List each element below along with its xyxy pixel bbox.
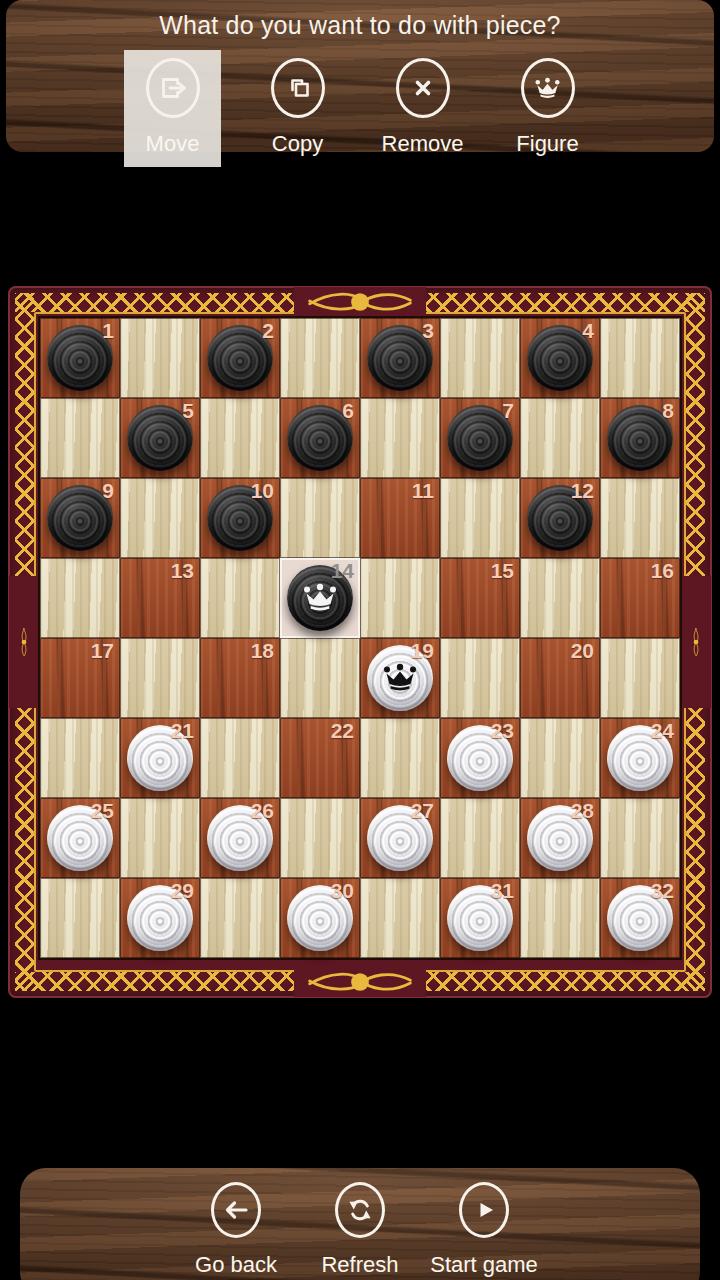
crown-icon	[302, 583, 338, 613]
move-button[interactable]: Move	[124, 50, 221, 167]
square-6[interactable]: 6	[280, 398, 360, 478]
square-number: 2	[262, 319, 274, 343]
square-8[interactable]: 8	[600, 398, 680, 478]
light-square	[120, 318, 200, 398]
square-number: 19	[411, 639, 434, 663]
square-number: 5	[182, 399, 194, 423]
square-21[interactable]: 21	[120, 718, 200, 798]
square-9[interactable]: 9	[40, 478, 120, 558]
light-square	[120, 798, 200, 878]
square-number: 29	[171, 879, 194, 903]
light-square	[360, 558, 440, 638]
frame-ornament-bottom	[294, 967, 426, 997]
start-game-label: Start game	[430, 1252, 538, 1278]
frame-ornament-right	[681, 576, 711, 708]
square-28[interactable]: 28	[520, 798, 600, 878]
square-number: 25	[91, 799, 114, 823]
square-number: 13	[171, 559, 194, 583]
figure-label: Figure	[516, 131, 578, 157]
copy-button[interactable]: Copy	[249, 50, 346, 167]
square-23[interactable]: 23	[440, 718, 520, 798]
light-square	[40, 558, 120, 638]
checkers-board: 1234567891011121314151617181920212223242…	[8, 286, 712, 998]
bottom-toolbar: Go back Refresh	[20, 1168, 700, 1280]
play-icon	[459, 1182, 509, 1238]
light-square	[520, 558, 600, 638]
frame-ornament-left	[9, 576, 39, 708]
light-square	[440, 318, 520, 398]
back-icon	[211, 1182, 261, 1238]
light-square	[440, 638, 520, 718]
refresh-icon	[335, 1182, 385, 1238]
square-12[interactable]: 12	[520, 478, 600, 558]
square-number: 3	[422, 319, 434, 343]
light-square	[600, 318, 680, 398]
light-square	[120, 638, 200, 718]
move-icon	[146, 58, 200, 118]
square-number: 32	[651, 879, 674, 903]
bottom-actions: Go back Refresh	[20, 1182, 700, 1278]
square-20[interactable]: 20	[520, 638, 600, 718]
square-3[interactable]: 3	[360, 318, 440, 398]
square-number: 7	[502, 399, 514, 423]
square-26[interactable]: 26	[200, 798, 280, 878]
square-2[interactable]: 2	[200, 318, 280, 398]
square-11[interactable]: 11	[360, 478, 440, 558]
square-24[interactable]: 24	[600, 718, 680, 798]
square-number: 14	[331, 559, 354, 583]
remove-button[interactable]: Remove	[374, 50, 471, 167]
light-square	[280, 638, 360, 718]
app-screen: What do you want to do with piece? Move	[0, 0, 720, 1280]
light-square	[360, 718, 440, 798]
copy-icon	[271, 58, 325, 118]
square-number: 6	[342, 399, 354, 423]
square-19[interactable]: 19	[360, 638, 440, 718]
light-square	[280, 798, 360, 878]
remove-label: Remove	[382, 131, 464, 157]
light-square	[600, 638, 680, 718]
figure-button[interactable]: Figure	[499, 50, 596, 167]
square-number: 23	[491, 719, 514, 743]
square-number: 16	[651, 559, 674, 583]
square-number: 31	[491, 879, 514, 903]
refresh-button[interactable]: Refresh	[310, 1182, 410, 1278]
square-29[interactable]: 29	[120, 878, 200, 958]
square-30[interactable]: 30	[280, 878, 360, 958]
square-number: 24	[651, 719, 674, 743]
light-square	[120, 478, 200, 558]
square-number: 28	[571, 799, 594, 823]
square-22[interactable]: 22	[280, 718, 360, 798]
square-7[interactable]: 7	[440, 398, 520, 478]
square-25[interactable]: 25	[40, 798, 120, 878]
remove-icon	[396, 58, 450, 118]
light-square	[360, 878, 440, 958]
light-square	[360, 398, 440, 478]
light-square	[200, 558, 280, 638]
light-square	[200, 878, 280, 958]
square-number: 22	[331, 719, 354, 743]
square-number: 4	[582, 319, 594, 343]
refresh-label: Refresh	[321, 1252, 398, 1278]
square-number: 1	[102, 319, 114, 343]
square-16[interactable]: 16	[600, 558, 680, 638]
square-27[interactable]: 27	[360, 798, 440, 878]
square-number: 11	[412, 479, 434, 503]
dialog-actions: Move Copy Remove	[6, 50, 714, 167]
light-square	[520, 398, 600, 478]
light-square	[200, 718, 280, 798]
square-5[interactable]: 5	[120, 398, 200, 478]
light-square	[40, 398, 120, 478]
square-31[interactable]: 31	[440, 878, 520, 958]
light-square	[40, 718, 120, 798]
light-square	[440, 478, 520, 558]
light-square	[280, 478, 360, 558]
square-13[interactable]: 13	[120, 558, 200, 638]
light-square	[440, 798, 520, 878]
square-17[interactable]: 17	[40, 638, 120, 718]
square-number: 30	[331, 879, 354, 903]
figure-icon	[521, 58, 575, 118]
square-number: 21	[171, 719, 194, 743]
square-1[interactable]: 1	[40, 318, 120, 398]
light-square	[280, 318, 360, 398]
copy-label: Copy	[272, 131, 323, 157]
square-number: 18	[251, 639, 274, 663]
square-number: 8	[662, 399, 674, 423]
go-back-label: Go back	[195, 1252, 277, 1278]
square-32[interactable]: 32	[600, 878, 680, 958]
go-back-button[interactable]: Go back	[186, 1182, 286, 1278]
square-4[interactable]: 4	[520, 318, 600, 398]
square-18[interactable]: 18	[200, 638, 280, 718]
square-number: 9	[102, 479, 114, 503]
frame-ornament-top	[294, 287, 426, 317]
square-15[interactable]: 15	[440, 558, 520, 638]
board-cells: 1234567891011121314151617181920212223242…	[38, 316, 682, 960]
square-14[interactable]: 14	[280, 558, 360, 638]
light-square	[600, 798, 680, 878]
square-10[interactable]: 10	[200, 478, 280, 558]
move-label: Move	[146, 131, 200, 157]
square-number: 10	[251, 479, 274, 503]
light-square	[600, 478, 680, 558]
square-number: 20	[571, 639, 594, 663]
piece-action-dialog: What do you want to do with piece? Move	[6, 0, 714, 152]
square-number: 17	[91, 639, 114, 663]
light-square	[200, 398, 280, 478]
square-number: 15	[491, 559, 514, 583]
dialog-title: What do you want to do with piece?	[6, 11, 714, 40]
light-square	[520, 878, 600, 958]
square-number: 26	[251, 799, 274, 823]
crown-icon	[382, 663, 418, 693]
square-number: 12	[571, 479, 594, 503]
square-number: 27	[411, 799, 434, 823]
start-game-button[interactable]: Start game	[434, 1182, 534, 1278]
light-square	[40, 878, 120, 958]
light-square	[520, 718, 600, 798]
